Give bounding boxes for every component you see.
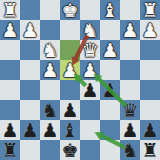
square-f6[interactable]: ♟ [100, 40, 120, 60]
black-pawn[interactable]: ♟ [141, 120, 158, 140]
square-g2[interactable]: ♟ [120, 120, 140, 140]
square-g8[interactable] [120, 0, 140, 20]
square-g7[interactable]: ♟ [120, 20, 140, 40]
square-g3[interactable]: ♛ [120, 100, 140, 120]
square-g4[interactable] [120, 80, 140, 100]
square-g6[interactable] [120, 40, 140, 60]
square-e7[interactable]: ♞ [80, 20, 100, 40]
white-pawn[interactable]: ♟ [81, 60, 98, 80]
square-h2[interactable]: ♟ [140, 120, 160, 140]
black-pawn[interactable]: ♟ [1, 120, 18, 140]
square-h8[interactable]: ♜ [140, 0, 160, 20]
square-e8[interactable] [80, 0, 100, 20]
square-e2[interactable] [80, 120, 100, 140]
black-knight[interactable]: ♞ [41, 100, 58, 120]
square-f4[interactable]: ♟ [100, 80, 120, 100]
square-a6[interactable] [0, 40, 20, 60]
black-rook[interactable]: ♜ [1, 140, 18, 160]
square-a5[interactable] [0, 60, 20, 80]
square-h3[interactable] [140, 100, 160, 120]
square-f3[interactable] [100, 100, 120, 120]
square-f7[interactable] [100, 20, 120, 40]
square-b1[interactable] [20, 140, 40, 160]
square-c6[interactable]: ♞ [40, 40, 60, 60]
white-pawn[interactable]: ♟ [41, 60, 58, 80]
square-d1[interactable]: ♚ [60, 140, 80, 160]
chess-board: ♜♚♝♜♟♟♞♟♟♞♛♟♟♟♟♟♟♞♟♛♟♟♟♝♟♟♜♚♞♜ [0, 0, 160, 160]
square-a1[interactable]: ♜ [0, 140, 20, 160]
square-d3[interactable]: ♟ [60, 100, 80, 120]
white-pawn[interactable]: ♟ [101, 40, 118, 60]
black-rook[interactable]: ♜ [141, 140, 158, 160]
white-knight[interactable]: ♞ [41, 40, 58, 60]
black-pawn[interactable]: ♟ [61, 100, 78, 120]
white-pawn[interactable]: ♟ [121, 20, 138, 40]
square-b8[interactable] [20, 0, 40, 20]
black-pawn[interactable]: ♟ [101, 80, 118, 100]
square-d5[interactable]: ♟ [60, 60, 80, 80]
square-e6[interactable]: ♛ [80, 40, 100, 60]
square-d4[interactable] [60, 80, 80, 100]
square-h6[interactable] [140, 40, 160, 60]
white-rook[interactable]: ♜ [1, 0, 18, 20]
square-b4[interactable] [20, 80, 40, 100]
square-h1[interactable]: ♜ [140, 140, 160, 160]
square-d2[interactable]: ♝ [60, 120, 80, 140]
square-e3[interactable] [80, 100, 100, 120]
square-f2[interactable] [100, 120, 120, 140]
square-e5[interactable]: ♟ [80, 60, 100, 80]
square-a8[interactable]: ♜ [0, 0, 20, 20]
black-pawn[interactable]: ♟ [81, 80, 98, 100]
square-h7[interactable]: ♟ [140, 20, 160, 40]
black-pawn[interactable]: ♟ [21, 120, 38, 140]
square-b7[interactable]: ♟ [20, 20, 40, 40]
square-a2[interactable]: ♟ [0, 120, 20, 140]
square-f1[interactable] [100, 140, 120, 160]
black-knight[interactable]: ♞ [121, 140, 138, 160]
square-c2[interactable]: ♟ [40, 120, 60, 140]
square-h4[interactable] [140, 80, 160, 100]
square-c8[interactable] [40, 0, 60, 20]
square-c7[interactable] [40, 20, 60, 40]
white-bishop[interactable]: ♝ [101, 0, 118, 20]
black-queen[interactable]: ♛ [121, 100, 138, 120]
square-f8[interactable]: ♝ [100, 0, 120, 20]
square-d7[interactable] [60, 20, 80, 40]
white-queen[interactable]: ♛ [81, 40, 98, 60]
white-rook[interactable]: ♜ [141, 0, 158, 20]
square-d8[interactable]: ♚ [60, 0, 80, 20]
white-pawn[interactable]: ♟ [21, 20, 38, 40]
square-c5[interactable]: ♟ [40, 60, 60, 80]
black-pawn[interactable]: ♟ [121, 120, 138, 140]
square-c4[interactable] [40, 80, 60, 100]
square-f5[interactable] [100, 60, 120, 80]
white-king[interactable]: ♚ [61, 0, 78, 20]
black-king[interactable]: ♚ [61, 140, 78, 160]
square-d6[interactable] [60, 40, 80, 60]
black-bishop[interactable]: ♝ [61, 120, 78, 140]
square-b6[interactable] [20, 40, 40, 60]
square-g5[interactable] [120, 60, 140, 80]
square-a4[interactable] [0, 80, 20, 100]
square-h5[interactable] [140, 60, 160, 80]
black-pawn[interactable]: ♟ [41, 120, 58, 140]
white-knight[interactable]: ♞ [81, 20, 98, 40]
square-b5[interactable] [20, 60, 40, 80]
square-b3[interactable] [20, 100, 40, 120]
white-pawn[interactable]: ♟ [61, 60, 78, 80]
square-c1[interactable] [40, 140, 60, 160]
square-g1[interactable]: ♞ [120, 140, 140, 160]
square-b2[interactable]: ♟ [20, 120, 40, 140]
white-pawn[interactable]: ♟ [141, 20, 158, 40]
white-pawn[interactable]: ♟ [1, 20, 18, 40]
square-c3[interactable]: ♞ [40, 100, 60, 120]
square-e1[interactable] [80, 140, 100, 160]
square-a3[interactable] [0, 100, 20, 120]
square-e4[interactable]: ♟ [80, 80, 100, 100]
square-a7[interactable]: ♟ [0, 20, 20, 40]
